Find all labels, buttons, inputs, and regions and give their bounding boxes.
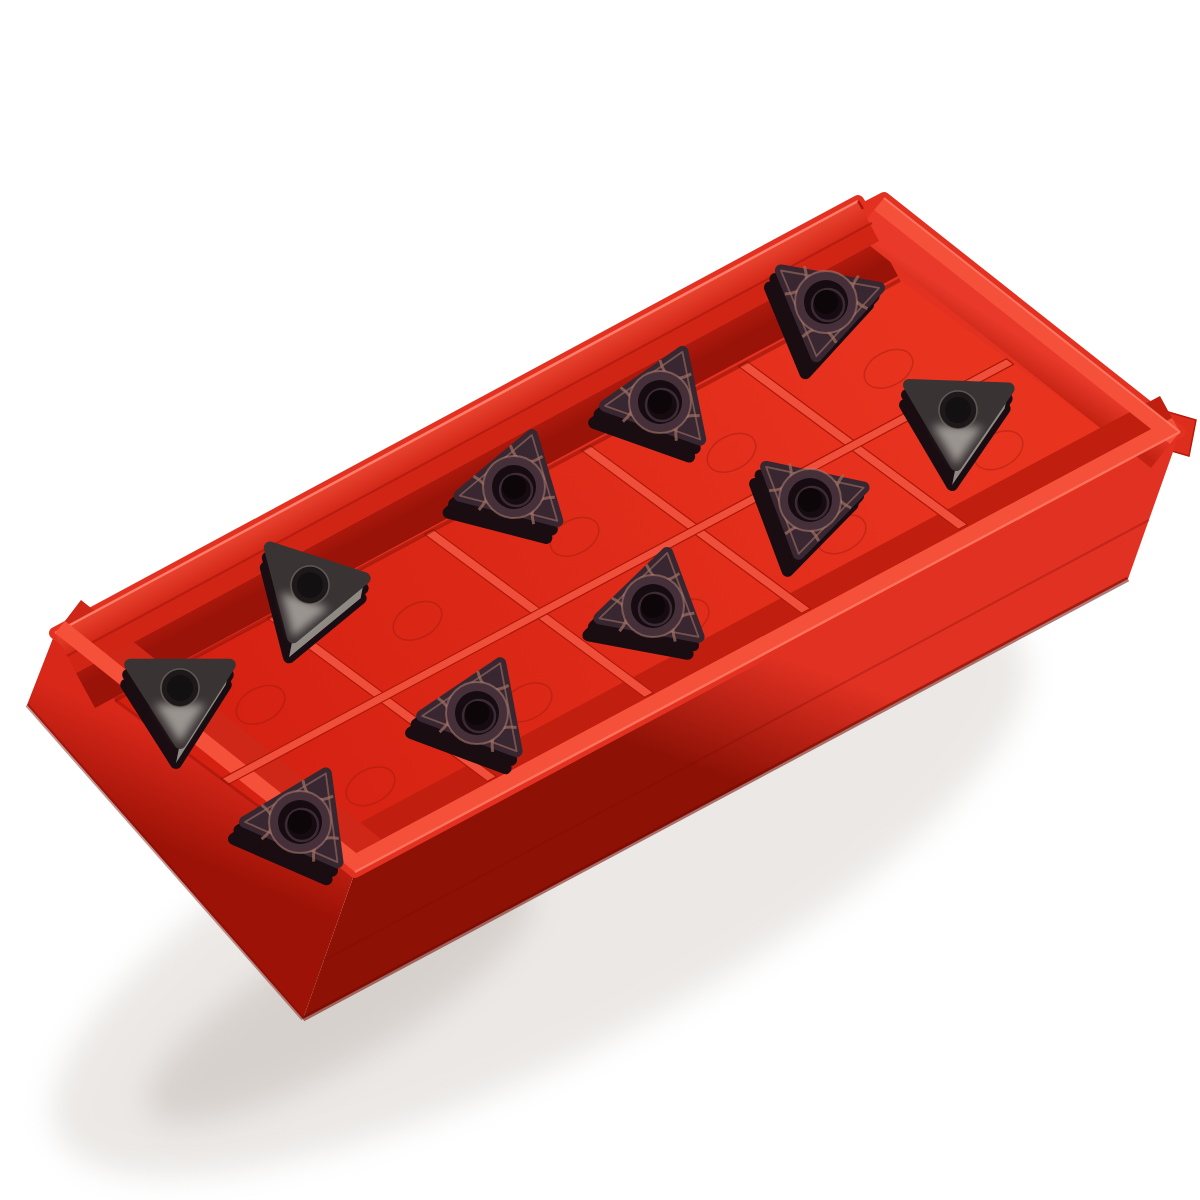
photo-canvas (0, 0, 1200, 1200)
insert-hole-bore (502, 475, 526, 499)
insert-hole-bore (297, 572, 323, 598)
insert-hole-bore (167, 675, 193, 701)
insert-hole-bore (814, 290, 838, 314)
insert-hole-bore (288, 810, 312, 834)
product-photo (0, 0, 1200, 1200)
insert-hole-bore (648, 390, 672, 414)
insert-hole-bore (945, 397, 971, 423)
insert-hole-bore (798, 488, 822, 512)
insert-hole-bore (641, 594, 665, 618)
insert-hole-bore (465, 701, 489, 725)
